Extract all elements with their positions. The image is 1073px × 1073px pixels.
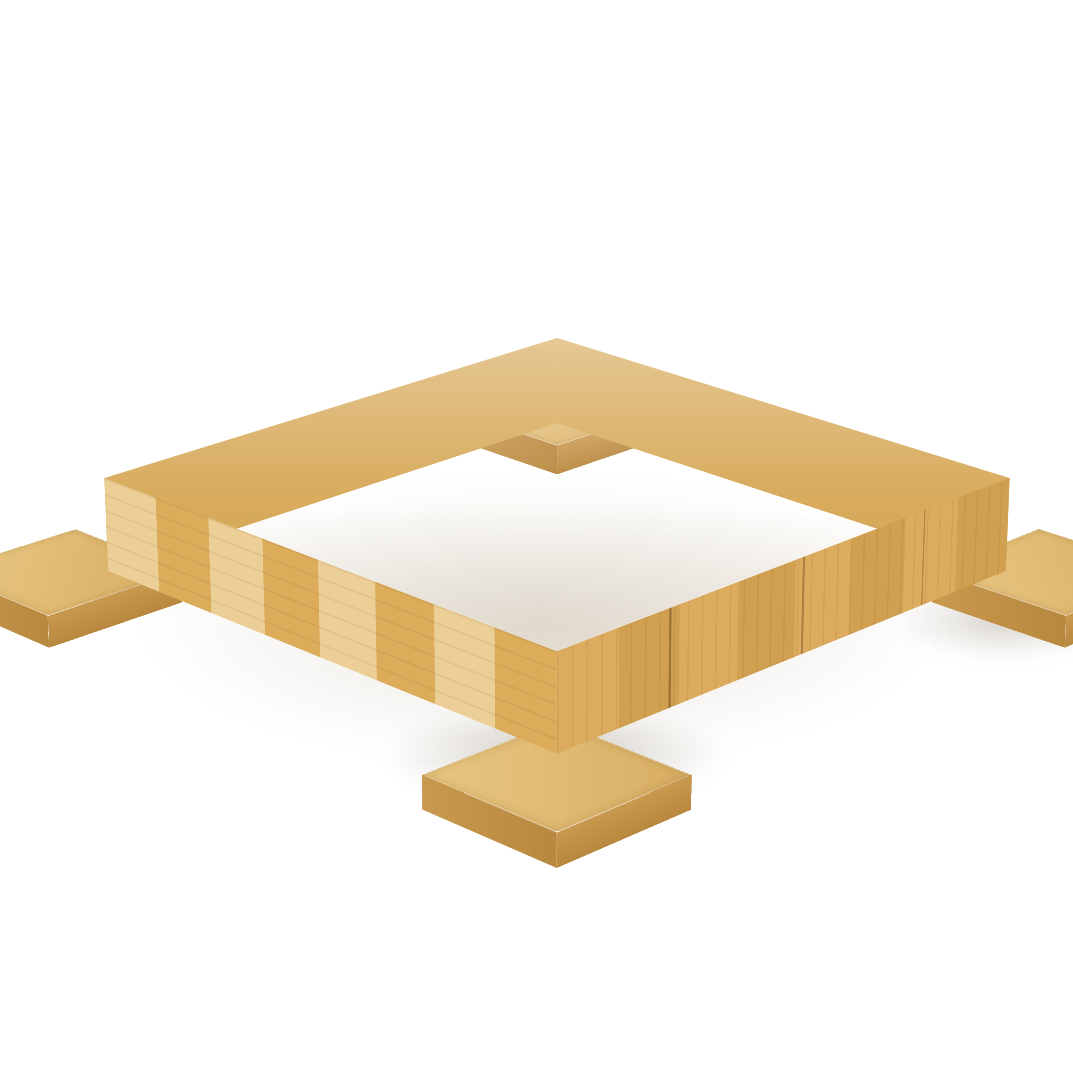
chess-board: [104, 338, 1009, 651]
board-foot-far: [450, 293, 665, 359]
product-photo-scene: [0, 0, 1073, 1073]
